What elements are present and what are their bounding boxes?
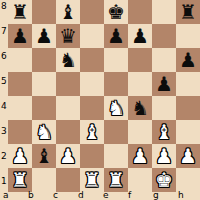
file-label-d: d <box>78 191 84 200</box>
square-e7[interactable]: ♟ <box>104 24 128 48</box>
square-c6[interactable]: ♞ <box>56 48 80 72</box>
square-g6[interactable] <box>152 48 176 72</box>
white-rook-e1[interactable]: ♜ <box>104 168 128 192</box>
white-rook-a1[interactable]: ♜ <box>8 168 32 192</box>
rank-label-1: 1 <box>1 177 7 186</box>
square-f2[interactable]: ♟ <box>128 144 152 168</box>
square-h7[interactable] <box>176 24 200 48</box>
square-g7[interactable] <box>152 24 176 48</box>
square-a8[interactable]: ♜ <box>8 0 32 24</box>
white-king-g1[interactable]: ♚ <box>152 168 176 192</box>
square-a3[interactable] <box>8 120 32 144</box>
file-label-e: e <box>103 191 109 200</box>
square-d1[interactable]: ♜ <box>80 168 104 192</box>
black-knight-f4[interactable]: ♞ <box>128 96 152 120</box>
square-g2[interactable]: ♟ <box>152 144 176 168</box>
square-c5[interactable] <box>56 72 80 96</box>
square-e1[interactable]: ♜ <box>104 168 128 192</box>
square-e2[interactable] <box>104 144 128 168</box>
white-bishop-g3[interactable]: ♝ <box>152 120 176 144</box>
square-b7[interactable]: ♟ <box>32 24 56 48</box>
square-c8[interactable]: ♝ <box>56 0 80 24</box>
white-bishop-d3[interactable]: ♝ <box>80 120 104 144</box>
file-label-f: f <box>128 191 131 200</box>
square-b6[interactable] <box>32 48 56 72</box>
square-g8[interactable] <box>152 0 176 24</box>
square-c4[interactable] <box>56 96 80 120</box>
square-e5[interactable] <box>104 72 128 96</box>
rank-label-5: 5 <box>1 77 7 86</box>
square-h6[interactable]: ♟ <box>176 48 200 72</box>
square-h5[interactable] <box>176 72 200 96</box>
chess-diagram: ♜♝♚♜♟♟♛♟♟♞♟♟♞♞♞♝♝♟♝♟♟♟♟♜♜♜♚ 87654321 abc… <box>0 0 200 200</box>
file-label-a: a <box>3 191 9 200</box>
square-b8[interactable] <box>32 0 56 24</box>
black-queen-c7[interactable]: ♛ <box>56 24 80 48</box>
black-pawn-b7[interactable]: ♟ <box>32 24 56 48</box>
square-f7[interactable]: ♟ <box>128 24 152 48</box>
square-a7[interactable]: ♟ <box>8 24 32 48</box>
rank-label-8: 8 <box>1 2 7 11</box>
black-king-e8[interactable]: ♚ <box>104 0 128 24</box>
square-a2[interactable]: ♟ <box>8 144 32 168</box>
square-a5[interactable] <box>8 72 32 96</box>
square-b2[interactable]: ♝ <box>32 144 56 168</box>
file-label-h: h <box>178 191 184 200</box>
square-h8[interactable]: ♜ <box>176 0 200 24</box>
square-b3[interactable]: ♞ <box>32 120 56 144</box>
square-b5[interactable] <box>32 72 56 96</box>
white-rook-d1[interactable]: ♜ <box>80 168 104 192</box>
square-a4[interactable] <box>8 96 32 120</box>
square-g4[interactable] <box>152 96 176 120</box>
black-knight-c6[interactable]: ♞ <box>56 48 80 72</box>
black-bishop-b2[interactable]: ♝ <box>32 144 56 168</box>
black-rook-a8[interactable]: ♜ <box>8 0 32 24</box>
square-f6[interactable] <box>128 48 152 72</box>
square-b4[interactable] <box>32 96 56 120</box>
square-h3[interactable] <box>176 120 200 144</box>
square-e6[interactable] <box>104 48 128 72</box>
square-f8[interactable] <box>128 0 152 24</box>
square-f1[interactable] <box>128 168 152 192</box>
square-c7[interactable]: ♛ <box>56 24 80 48</box>
square-f5[interactable] <box>128 72 152 96</box>
black-bishop-c8[interactable]: ♝ <box>56 0 80 24</box>
rank-label-3: 3 <box>1 127 7 136</box>
black-pawn-f7[interactable]: ♟ <box>128 24 152 48</box>
square-g5[interactable]: ♟ <box>152 72 176 96</box>
square-c1[interactable] <box>56 168 80 192</box>
square-a1[interactable]: ♜ <box>8 168 32 192</box>
black-pawn-a7[interactable]: ♟ <box>8 24 32 48</box>
square-d5[interactable] <box>80 72 104 96</box>
square-e8[interactable]: ♚ <box>104 0 128 24</box>
white-pawn-h2[interactable]: ♟ <box>176 144 200 168</box>
black-pawn-h6[interactable]: ♟ <box>176 48 200 72</box>
square-e3[interactable] <box>104 120 128 144</box>
white-pawn-c2[interactable]: ♟ <box>56 144 80 168</box>
square-a6[interactable] <box>8 48 32 72</box>
square-h1[interactable] <box>176 168 200 192</box>
square-f4[interactable]: ♞ <box>128 96 152 120</box>
white-knight-e4[interactable]: ♞ <box>104 96 128 120</box>
file-label-b: b <box>28 191 34 200</box>
file-label-g: g <box>153 191 159 200</box>
square-g3[interactable]: ♝ <box>152 120 176 144</box>
square-h4[interactable] <box>176 96 200 120</box>
square-b1[interactable] <box>32 168 56 192</box>
white-pawn-f2[interactable]: ♟ <box>128 144 152 168</box>
square-d7[interactable] <box>80 24 104 48</box>
white-pawn-a2[interactable]: ♟ <box>8 144 32 168</box>
square-e4[interactable]: ♞ <box>104 96 128 120</box>
square-h2[interactable]: ♟ <box>176 144 200 168</box>
square-d3[interactable]: ♝ <box>80 120 104 144</box>
white-knight-b3[interactable]: ♞ <box>32 120 56 144</box>
rank-label-7: 7 <box>1 27 7 36</box>
white-pawn-g2[interactable]: ♟ <box>152 144 176 168</box>
square-g1[interactable]: ♚ <box>152 168 176 192</box>
square-d2[interactable] <box>80 144 104 168</box>
black-rook-h8[interactable]: ♜ <box>176 0 200 24</box>
square-d8[interactable] <box>80 0 104 24</box>
rank-label-2: 2 <box>1 152 7 161</box>
square-d6[interactable] <box>80 48 104 72</box>
square-c2[interactable]: ♟ <box>56 144 80 168</box>
square-f3[interactable] <box>128 120 152 144</box>
chessboard: ♜♝♚♜♟♟♛♟♟♞♟♟♞♞♞♝♝♟♝♟♟♟♟♜♜♜♚ <box>8 0 200 192</box>
file-label-c: c <box>53 191 58 200</box>
square-c3[interactable] <box>56 120 80 144</box>
black-pawn-g5[interactable]: ♟ <box>152 72 176 96</box>
black-pawn-e7[interactable]: ♟ <box>104 24 128 48</box>
rank-label-6: 6 <box>1 52 7 61</box>
rank-label-4: 4 <box>1 102 7 111</box>
square-d4[interactable] <box>80 96 104 120</box>
